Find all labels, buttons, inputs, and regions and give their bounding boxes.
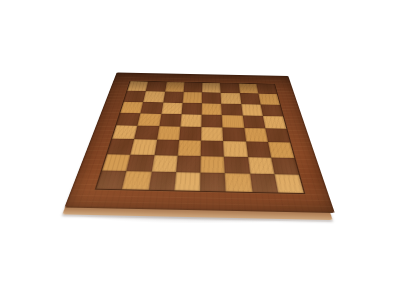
square-h6	[260, 104, 283, 116]
square-f7	[221, 93, 241, 104]
square-g2	[247, 157, 274, 174]
square-d3	[177, 140, 201, 156]
square-c8	[165, 82, 185, 92]
square-e2	[200, 156, 225, 173]
square-d2	[176, 155, 201, 172]
square-f4	[223, 127, 246, 141]
square-g7	[240, 93, 261, 104]
square-d4	[179, 127, 202, 141]
square-b8	[146, 82, 166, 92]
square-c6	[161, 102, 182, 114]
square-f1	[225, 173, 252, 192]
square-e7	[202, 92, 221, 103]
square-b3	[131, 139, 157, 154]
square-g1	[250, 173, 278, 192]
square-c5	[159, 114, 181, 127]
square-g8	[238, 83, 258, 93]
square-f3	[223, 141, 247, 157]
square-c7	[163, 92, 183, 103]
square-e8	[202, 83, 221, 93]
square-e1	[200, 172, 226, 191]
square-h7	[258, 94, 280, 105]
square-h5	[263, 116, 287, 129]
square-c3	[154, 140, 179, 156]
square-h4	[265, 128, 290, 142]
square-e6	[202, 103, 222, 115]
square-f8	[220, 83, 239, 93]
square-d5	[180, 114, 202, 127]
square-h2	[271, 157, 299, 174]
square-e3	[201, 141, 224, 157]
square-g3	[246, 142, 271, 158]
square-c1	[148, 171, 176, 190]
square-h3	[268, 142, 294, 158]
square-d1	[174, 172, 200, 191]
square-e4	[201, 127, 223, 141]
square-b7	[143, 91, 164, 102]
square-h8	[256, 84, 277, 94]
square-f5	[222, 115, 244, 128]
product-photo	[0, 0, 400, 300]
square-b2	[127, 154, 154, 171]
square-b1	[122, 171, 151, 190]
square-h1	[274, 174, 304, 193]
square-d6	[181, 103, 202, 115]
chess-board	[64, 72, 334, 213]
square-g5	[242, 115, 265, 128]
square-e5	[201, 115, 222, 128]
square-d8	[183, 82, 202, 92]
square-c2	[151, 155, 177, 172]
square-g6	[241, 104, 263, 116]
square-f6	[221, 103, 242, 115]
board-perspective-wrapper	[0, 0, 400, 300]
square-c4	[157, 126, 181, 140]
square-b5	[138, 113, 161, 126]
square-g4	[244, 128, 268, 142]
playing-area	[96, 81, 304, 193]
square-b4	[134, 126, 159, 140]
square-b6	[141, 102, 163, 114]
square-f2	[224, 156, 249, 173]
square-d7	[182, 92, 202, 103]
